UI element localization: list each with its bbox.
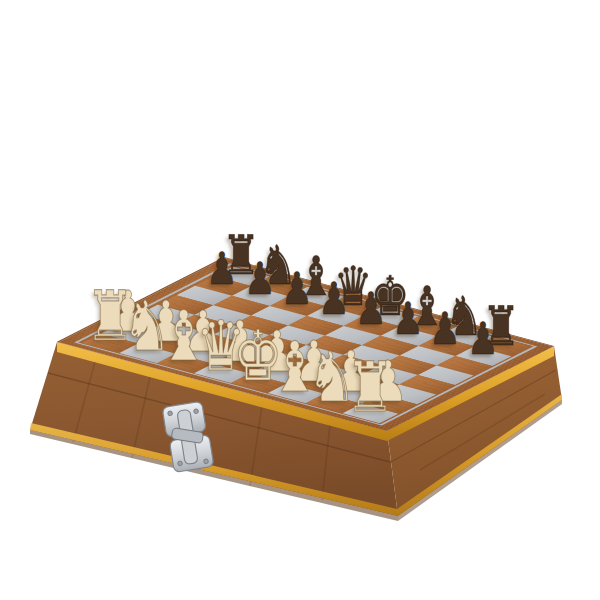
- pieces-layer: ♜♞♝♛♚♝♞♜♟♟♟♟♟♟♟♟♟♟♟♟♟♟♟♟♜♞♝♛♚♝♞♜: [0, 0, 600, 600]
- black-pawn-piece[interactable]: ♟: [318, 277, 350, 321]
- black-pawn-piece[interactable]: ♟: [467, 317, 499, 361]
- black-pawn-piece[interactable]: ♟: [244, 257, 276, 301]
- chess-box-photo: ♜♞♝♛♚♝♞♜♟♟♟♟♟♟♟♟♟♟♟♟♟♟♟♟♜♞♝♛♚♝♞♜: [0, 0, 600, 600]
- black-pawn-piece[interactable]: ♟: [392, 297, 424, 341]
- black-pawn-piece[interactable]: ♟: [281, 267, 313, 311]
- white-rook-piece[interactable]: ♜: [345, 353, 395, 422]
- black-pawn-piece[interactable]: ♟: [206, 247, 238, 291]
- black-pawn-piece[interactable]: ♟: [429, 307, 461, 351]
- black-pawn-piece[interactable]: ♟: [355, 287, 387, 331]
